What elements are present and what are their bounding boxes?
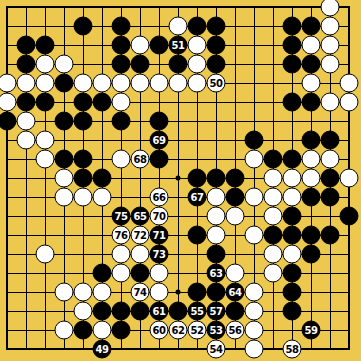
black-stone: 53	[207, 321, 226, 340]
move-number-label: 53	[210, 325, 223, 335]
black-stone	[74, 321, 93, 340]
black-stone	[55, 112, 74, 131]
white-stone	[264, 188, 283, 207]
white-stone	[340, 169, 359, 188]
white-stone	[302, 36, 321, 55]
white-stone	[283, 169, 302, 188]
move-number-label: 60	[153, 325, 166, 335]
white-stone	[264, 245, 283, 264]
white-stone	[112, 150, 131, 169]
black-stone	[321, 169, 340, 188]
white-stone	[207, 188, 226, 207]
black-stone: 75	[112, 207, 131, 226]
black-stone	[340, 207, 359, 226]
black-stone	[112, 17, 131, 36]
black-stone	[131, 264, 150, 283]
move-number-label: 61	[153, 306, 166, 316]
black-stone	[302, 131, 321, 150]
white-stone	[245, 283, 264, 302]
black-stone	[302, 226, 321, 245]
black-stone	[302, 188, 321, 207]
white-stone	[245, 188, 264, 207]
black-stone: 57	[207, 302, 226, 321]
white-stone	[74, 302, 93, 321]
black-stone: 61	[150, 302, 169, 321]
black-stone	[207, 245, 226, 264]
white-stone	[321, 93, 340, 112]
white-stone	[207, 207, 226, 226]
black-stone	[264, 226, 283, 245]
white-stone	[245, 226, 264, 245]
move-number-label: 76	[115, 230, 128, 240]
white-stone	[55, 321, 74, 340]
white-stone: 54	[207, 340, 226, 359]
black-stone	[112, 55, 131, 74]
white-stone: 56	[226, 321, 245, 340]
white-stone	[131, 245, 150, 264]
black-stone	[74, 150, 93, 169]
black-stone: 65	[131, 207, 150, 226]
white-stone	[264, 207, 283, 226]
black-stone	[264, 150, 283, 169]
white-stone	[302, 74, 321, 93]
black-stone	[226, 302, 245, 321]
black-stone	[93, 264, 112, 283]
black-stone	[207, 17, 226, 36]
black-stone: 69	[150, 131, 169, 150]
black-stone	[112, 321, 131, 340]
white-stone	[226, 264, 245, 283]
white-stone	[55, 188, 74, 207]
black-stone	[17, 55, 36, 74]
white-stone	[131, 36, 150, 55]
white-stone	[36, 131, 55, 150]
white-stone	[112, 245, 131, 264]
move-number-label: 71	[153, 230, 166, 240]
black-stone	[188, 169, 207, 188]
white-stone	[245, 340, 264, 359]
black-stone	[283, 283, 302, 302]
black-stone	[207, 169, 226, 188]
black-stone: 73	[150, 245, 169, 264]
black-stone	[112, 36, 131, 55]
black-stone	[93, 302, 112, 321]
white-stone	[150, 283, 169, 302]
black-stone	[302, 245, 321, 264]
white-stone	[55, 169, 74, 188]
white-stone: 70	[150, 207, 169, 226]
move-number-label: 55	[191, 306, 204, 316]
white-stone	[17, 74, 36, 93]
white-stone: 68	[131, 150, 150, 169]
white-stone	[245, 302, 264, 321]
go-board[interactable]: 5150696866677565707672717363746461555760…	[0, 0, 361, 361]
black-stone: 49	[93, 340, 112, 359]
white-stone	[340, 93, 359, 112]
white-stone	[302, 169, 321, 188]
black-stone	[283, 55, 302, 74]
white-stone	[112, 264, 131, 283]
black-stone	[207, 36, 226, 55]
black-stone	[283, 264, 302, 283]
black-stone	[188, 283, 207, 302]
white-stone	[302, 150, 321, 169]
white-stone	[93, 283, 112, 302]
white-stone: 60	[150, 321, 169, 340]
black-stone: 64	[226, 283, 245, 302]
black-stone	[36, 93, 55, 112]
move-number-label: 75	[115, 211, 128, 221]
white-stone	[112, 74, 131, 93]
black-stone	[150, 112, 169, 131]
white-stone	[36, 245, 55, 264]
black-stone	[131, 302, 150, 321]
white-stone	[283, 188, 302, 207]
white-stone	[321, 36, 340, 55]
white-stone	[17, 112, 36, 131]
black-stone	[74, 17, 93, 36]
star-point	[176, 176, 181, 181]
white-stone: 76	[112, 226, 131, 245]
white-stone: 58	[283, 340, 302, 359]
white-stone	[188, 36, 207, 55]
white-stone	[36, 55, 55, 74]
black-stone	[169, 55, 188, 74]
black-stone	[188, 17, 207, 36]
white-stone	[245, 150, 264, 169]
black-stone	[93, 93, 112, 112]
white-stone	[93, 188, 112, 207]
move-number-label: 67	[191, 192, 204, 202]
move-number-label: 63	[210, 268, 223, 278]
white-stone	[93, 74, 112, 93]
white-stone	[112, 93, 131, 112]
black-stone	[74, 169, 93, 188]
move-number-label: 50	[210, 78, 223, 88]
black-stone	[283, 302, 302, 321]
black-stone	[17, 93, 36, 112]
white-stone	[169, 17, 188, 36]
white-stone: 66	[150, 188, 169, 207]
white-stone: 50	[207, 74, 226, 93]
move-number-label: 69	[153, 135, 166, 145]
black-stone	[226, 169, 245, 188]
black-stone	[283, 226, 302, 245]
black-stone	[55, 74, 74, 93]
move-number-label: 62	[172, 325, 185, 335]
black-stone	[112, 302, 131, 321]
move-number-label: 64	[229, 287, 242, 297]
black-stone: 51	[169, 36, 188, 55]
white-stone: 72	[131, 226, 150, 245]
white-stone	[36, 150, 55, 169]
black-stone	[188, 226, 207, 245]
black-stone	[74, 112, 93, 131]
white-stone	[55, 55, 74, 74]
move-number-label: 68	[134, 154, 147, 164]
white-stone	[340, 74, 359, 93]
move-number-label: 51	[172, 40, 185, 50]
black-stone	[283, 17, 302, 36]
white-stone	[245, 321, 264, 340]
black-stone	[302, 17, 321, 36]
white-stone: 52	[188, 321, 207, 340]
move-number-label: 59	[305, 325, 318, 335]
black-stone	[302, 55, 321, 74]
black-stone	[74, 93, 93, 112]
white-stone	[226, 207, 245, 226]
black-stone	[36, 36, 55, 55]
white-stone	[131, 74, 150, 93]
black-stone	[131, 55, 150, 74]
black-stone	[17, 36, 36, 55]
black-stone	[226, 188, 245, 207]
white-stone	[150, 264, 169, 283]
move-number-label: 49	[96, 344, 109, 354]
white-stone	[36, 74, 55, 93]
move-number-label: 52	[191, 325, 204, 335]
white-stone	[150, 74, 169, 93]
black-stone	[93, 169, 112, 188]
white-stone: 62	[169, 321, 188, 340]
star-point	[176, 290, 181, 295]
white-stone	[74, 188, 93, 207]
move-number-label: 73	[153, 249, 166, 259]
white-stone	[321, 17, 340, 36]
white-stone	[74, 283, 93, 302]
black-stone	[245, 131, 264, 150]
white-stone	[283, 245, 302, 264]
black-stone	[112, 112, 131, 131]
move-number-label: 72	[134, 230, 147, 240]
black-stone: 63	[207, 264, 226, 283]
white-stone	[264, 264, 283, 283]
black-stone	[207, 55, 226, 74]
white-stone: 74	[131, 283, 150, 302]
move-number-label: 58	[286, 344, 299, 354]
black-stone	[169, 302, 188, 321]
black-stone	[283, 207, 302, 226]
move-number-label: 56	[229, 325, 242, 335]
black-stone	[321, 226, 340, 245]
white-stone	[188, 55, 207, 74]
move-number-label: 66	[153, 192, 166, 202]
move-number-label: 65	[134, 211, 147, 221]
move-number-label: 70	[153, 211, 166, 221]
white-stone	[74, 74, 93, 93]
black-stone	[150, 150, 169, 169]
go-board-screenshot: 5150696866677565707672717363746461555760…	[0, 0, 361, 361]
black-stone	[302, 93, 321, 112]
white-stone	[188, 74, 207, 93]
black-stone	[283, 150, 302, 169]
black-stone	[283, 36, 302, 55]
move-number-label: 54	[210, 344, 223, 354]
black-stone: 67	[188, 188, 207, 207]
black-stone	[321, 131, 340, 150]
white-stone	[93, 321, 112, 340]
black-stone	[207, 283, 226, 302]
black-stone	[55, 150, 74, 169]
white-stone	[264, 169, 283, 188]
white-stone	[321, 150, 340, 169]
white-stone	[169, 74, 188, 93]
black-stone	[283, 93, 302, 112]
black-stone: 55	[188, 302, 207, 321]
white-stone	[55, 283, 74, 302]
move-number-label: 57	[210, 306, 223, 316]
black-stone	[150, 36, 169, 55]
black-stone: 71	[150, 226, 169, 245]
white-stone	[17, 131, 36, 150]
white-stone	[321, 55, 340, 74]
white-stone	[207, 226, 226, 245]
black-stone	[321, 188, 340, 207]
move-number-label: 74	[134, 287, 147, 297]
black-stone: 59	[302, 321, 321, 340]
